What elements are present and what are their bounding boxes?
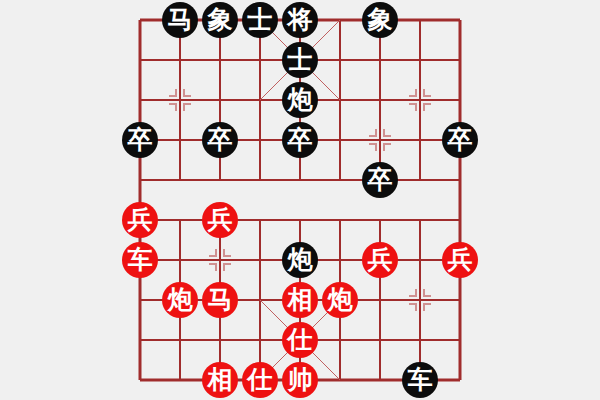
piece-black-soldier[interactable]: 卒 — [282, 122, 318, 158]
piece-red-soldier[interactable]: 兵 — [202, 202, 238, 238]
piece-red-soldier[interactable]: 兵 — [122, 202, 158, 238]
piece-red-chariot[interactable]: 车 — [122, 242, 158, 278]
piece-red-general[interactable]: 帅 — [282, 362, 318, 398]
piece-black-elephant[interactable]: 象 — [362, 2, 398, 38]
piece-red-elephant[interactable]: 相 — [282, 282, 318, 318]
piece-black-soldier[interactable]: 卒 — [362, 162, 398, 198]
piece-red-cannon[interactable]: 炮 — [162, 282, 198, 318]
piece-black-horse[interactable]: 马 — [162, 2, 198, 38]
pieces-layer: 马象士将象士炮卒卒卒卒卒炮车兵兵车兵兵炮马相炮仕相仕帅 — [0, 0, 600, 400]
piece-red-soldier[interactable]: 兵 — [362, 242, 398, 278]
piece-black-soldier[interactable]: 卒 — [202, 122, 238, 158]
piece-black-advisor[interactable]: 士 — [282, 42, 318, 78]
piece-black-advisor[interactable]: 士 — [242, 2, 278, 38]
piece-black-general[interactable]: 将 — [282, 2, 318, 38]
piece-red-cannon[interactable]: 炮 — [322, 282, 358, 318]
piece-black-elephant[interactable]: 象 — [202, 2, 238, 38]
piece-black-cannon[interactable]: 炮 — [282, 82, 318, 118]
piece-black-chariot[interactable]: 车 — [402, 362, 438, 398]
piece-black-soldier[interactable]: 卒 — [122, 122, 158, 158]
piece-red-advisor[interactable]: 仕 — [282, 322, 318, 358]
xiangqi-board[interactable]: 马象士将象士炮卒卒卒卒卒炮车兵兵车兵兵炮马相炮仕相仕帅 — [0, 0, 600, 400]
piece-black-cannon[interactable]: 炮 — [282, 242, 318, 278]
app-background: 马象士将象士炮卒卒卒卒卒炮车兵兵车兵兵炮马相炮仕相仕帅 — [0, 0, 600, 400]
piece-red-soldier[interactable]: 兵 — [442, 242, 478, 278]
piece-black-soldier[interactable]: 卒 — [442, 122, 478, 158]
piece-red-elephant[interactable]: 相 — [202, 362, 238, 398]
piece-red-advisor[interactable]: 仕 — [242, 362, 278, 398]
piece-red-horse[interactable]: 马 — [202, 282, 238, 318]
